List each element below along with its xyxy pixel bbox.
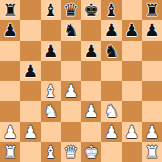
white-pawn-icon[interactable]: ♟ bbox=[3, 122, 18, 142]
white-pawn-icon[interactable]: ♟ bbox=[84, 101, 99, 121]
white-king-icon[interactable]: ♚ bbox=[84, 142, 99, 162]
square-a7[interactable]: ♟ bbox=[0, 20, 20, 40]
square-e4[interactable] bbox=[81, 81, 101, 101]
square-h1[interactable]: ♜ bbox=[142, 142, 162, 162]
square-f7[interactable]: ♟ bbox=[101, 20, 121, 40]
white-pawn-icon[interactable]: ♟ bbox=[104, 122, 119, 142]
square-b2[interactable]: ♟ bbox=[20, 122, 40, 142]
square-g6[interactable] bbox=[122, 41, 142, 61]
square-a2[interactable]: ♟ bbox=[0, 122, 20, 142]
white-pawn-icon[interactable]: ♟ bbox=[144, 122, 159, 142]
black-knight-icon[interactable]: ♞ bbox=[104, 41, 119, 61]
square-b1[interactable] bbox=[20, 142, 40, 162]
square-c6[interactable]: ♟ bbox=[41, 41, 61, 61]
square-a1[interactable]: ♜ bbox=[0, 142, 20, 162]
square-f5[interactable] bbox=[101, 61, 121, 81]
square-h8[interactable]: ♜ bbox=[142, 0, 162, 20]
square-f3[interactable]: ♞ bbox=[101, 101, 121, 121]
square-g7[interactable]: ♟ bbox=[122, 20, 142, 40]
black-rook-icon[interactable]: ♜ bbox=[3, 0, 18, 20]
square-h7[interactable]: ♟ bbox=[142, 20, 162, 40]
black-pawn-icon[interactable]: ♟ bbox=[104, 20, 119, 40]
square-d2[interactable] bbox=[61, 122, 81, 142]
white-knight-icon[interactable]: ♞ bbox=[43, 101, 58, 121]
square-a3[interactable] bbox=[0, 101, 20, 121]
square-d4[interactable]: ♟ bbox=[61, 81, 81, 101]
square-d7[interactable]: ♞ bbox=[61, 20, 81, 40]
square-c7[interactable] bbox=[41, 20, 61, 40]
white-bishop-icon[interactable]: ♝ bbox=[43, 142, 58, 162]
square-d8[interactable]: ♛ bbox=[61, 0, 81, 20]
black-bishop-icon[interactable]: ♝ bbox=[104, 0, 119, 20]
square-h3[interactable] bbox=[142, 101, 162, 121]
square-c8[interactable]: ♝ bbox=[41, 0, 61, 20]
square-c5[interactable] bbox=[41, 61, 61, 81]
black-pawn-icon[interactable]: ♟ bbox=[144, 20, 159, 40]
chess-board: ♜♝♛♚♝♜♟♞♟♟♟♟♟♞♟♝♟♞♟♞♟♟♟♟♟♜♝♛♚♜ bbox=[0, 0, 162, 162]
square-e2[interactable] bbox=[81, 122, 101, 142]
black-pawn-icon[interactable]: ♟ bbox=[23, 61, 38, 81]
square-g5[interactable] bbox=[122, 61, 142, 81]
square-f8[interactable]: ♝ bbox=[101, 0, 121, 20]
white-pawn-icon[interactable]: ♟ bbox=[63, 81, 78, 101]
square-f4[interactable] bbox=[101, 81, 121, 101]
square-a5[interactable] bbox=[0, 61, 20, 81]
square-g8[interactable] bbox=[122, 0, 142, 20]
square-e8[interactable]: ♚ bbox=[81, 0, 101, 20]
white-queen-icon[interactable]: ♛ bbox=[63, 142, 78, 162]
square-h4[interactable] bbox=[142, 81, 162, 101]
black-pawn-icon[interactable]: ♟ bbox=[43, 41, 58, 61]
square-f6[interactable]: ♞ bbox=[101, 41, 121, 61]
square-b8[interactable] bbox=[20, 0, 40, 20]
square-d5[interactable] bbox=[61, 61, 81, 81]
square-f1[interactable] bbox=[101, 142, 121, 162]
white-bishop-icon[interactable]: ♝ bbox=[43, 81, 58, 101]
square-g1[interactable] bbox=[122, 142, 142, 162]
square-a4[interactable] bbox=[0, 81, 20, 101]
square-e5[interactable] bbox=[81, 61, 101, 81]
square-g4[interactable] bbox=[122, 81, 142, 101]
square-c4[interactable]: ♝ bbox=[41, 81, 61, 101]
square-c1[interactable]: ♝ bbox=[41, 142, 61, 162]
square-c3[interactable]: ♞ bbox=[41, 101, 61, 121]
square-d1[interactable]: ♛ bbox=[61, 142, 81, 162]
white-pawn-icon[interactable]: ♟ bbox=[23, 122, 38, 142]
square-b6[interactable] bbox=[20, 41, 40, 61]
white-rook-icon[interactable]: ♜ bbox=[144, 142, 159, 162]
square-h5[interactable] bbox=[142, 61, 162, 81]
square-h6[interactable] bbox=[142, 41, 162, 61]
square-h2[interactable]: ♟ bbox=[142, 122, 162, 142]
square-a8[interactable]: ♜ bbox=[0, 0, 20, 20]
black-bishop-icon[interactable]: ♝ bbox=[43, 0, 58, 20]
square-d6[interactable] bbox=[61, 41, 81, 61]
square-e7[interactable] bbox=[81, 20, 101, 40]
white-rook-icon[interactable]: ♜ bbox=[3, 142, 18, 162]
square-a6[interactable] bbox=[0, 41, 20, 61]
white-knight-icon[interactable]: ♞ bbox=[104, 101, 119, 121]
black-pawn-icon[interactable]: ♟ bbox=[3, 20, 18, 40]
square-b4[interactable] bbox=[20, 81, 40, 101]
square-e3[interactable]: ♟ bbox=[81, 101, 101, 121]
black-king-icon[interactable]: ♚ bbox=[84, 0, 99, 20]
black-rook-icon[interactable]: ♜ bbox=[144, 0, 159, 20]
square-b5[interactable]: ♟ bbox=[20, 61, 40, 81]
white-pawn-icon[interactable]: ♟ bbox=[124, 122, 139, 142]
black-pawn-icon[interactable]: ♟ bbox=[84, 41, 99, 61]
square-d3[interactable] bbox=[61, 101, 81, 121]
square-e6[interactable]: ♟ bbox=[81, 41, 101, 61]
square-e1[interactable]: ♚ bbox=[81, 142, 101, 162]
black-pawn-icon[interactable]: ♟ bbox=[124, 20, 139, 40]
square-f2[interactable]: ♟ bbox=[101, 122, 121, 142]
square-b3[interactable] bbox=[20, 101, 40, 121]
square-g2[interactable]: ♟ bbox=[122, 122, 142, 142]
black-knight-icon[interactable]: ♞ bbox=[63, 20, 78, 40]
square-g3[interactable] bbox=[122, 101, 142, 121]
black-queen-icon[interactable]: ♛ bbox=[63, 0, 78, 20]
square-b7[interactable] bbox=[20, 20, 40, 40]
square-c2[interactable] bbox=[41, 122, 61, 142]
